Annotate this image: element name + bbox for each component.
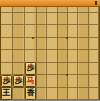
- board-cell-1-4[interactable]: [89, 38, 99, 51]
- board-cell-7-6[interactable]: 歩: [25, 63, 37, 76]
- board-cell-2-7[interactable]: [78, 75, 88, 88]
- board-cell-8-8[interactable]: [13, 88, 25, 101]
- board-cell-8-4[interactable]: [13, 38, 25, 51]
- board-cell-2-3[interactable]: [78, 25, 88, 38]
- board-cell-9-4[interactable]: [1, 38, 13, 51]
- board-cell-3-3[interactable]: [68, 25, 78, 38]
- board-cell-6-4[interactable]: [37, 38, 47, 51]
- piece-lance[interactable]: 香: [25, 87, 36, 100]
- shogi-board[interactable]: 歩歩歩马王香: [0, 0, 100, 100]
- board-cell-5-4[interactable]: [47, 38, 57, 51]
- board-cell-8-2[interactable]: [13, 13, 25, 26]
- piece-pawn[interactable]: 歩: [13, 75, 24, 88]
- board-cell-7-8[interactable]: 香: [25, 88, 37, 101]
- board-cell-6-8[interactable]: [37, 88, 47, 101]
- piece-king[interactable]: 王: [1, 87, 12, 100]
- board-cell-1-8[interactable]: [89, 88, 99, 101]
- board-cell-2-2[interactable]: [78, 13, 88, 26]
- board-cell-9-7[interactable]: 歩: [1, 75, 13, 88]
- board-cell-6-7[interactable]: [37, 75, 47, 88]
- board-cell-5-2[interactable]: [47, 13, 57, 26]
- board-cell-3-6[interactable]: [68, 63, 78, 76]
- board-cell-4-2[interactable]: [58, 13, 68, 26]
- board-cell-2-6[interactable]: [78, 63, 88, 76]
- board-cell-7-2[interactable]: [25, 13, 37, 26]
- header-mark-icon: [95, 1, 97, 5]
- board-cell-5-6[interactable]: [47, 63, 57, 76]
- board-cell-6-3[interactable]: [37, 25, 47, 38]
- board-cell-3-8[interactable]: [68, 88, 78, 101]
- board-cell-8-5[interactable]: [13, 50, 25, 63]
- board-cell-4-6[interactable]: [58, 63, 68, 76]
- shogi-app-screen: 歩歩歩马王香: [0, 0, 100, 100]
- piece-promoted-bishop[interactable]: 马: [25, 75, 36, 88]
- board-cell-2-5[interactable]: [78, 50, 88, 63]
- board-cell-4-4[interactable]: [58, 38, 68, 51]
- board-cell-5-8[interactable]: [47, 88, 57, 101]
- header-bar: [0, 0, 100, 7]
- board-cell-8-3[interactable]: [13, 25, 25, 38]
- board-cell-3-2[interactable]: [68, 13, 78, 26]
- piece-pawn[interactable]: 歩: [1, 75, 12, 88]
- board-cell-4-5[interactable]: [58, 50, 68, 63]
- board-cell-4-8[interactable]: [58, 88, 68, 101]
- board-cell-2-4[interactable]: [78, 38, 88, 51]
- board-cell-1-3[interactable]: [89, 25, 99, 38]
- board-cell-7-3[interactable]: [25, 25, 37, 38]
- board-cell-9-5[interactable]: [1, 50, 13, 63]
- board-cell-7-7[interactable]: 马: [25, 75, 37, 88]
- board-cell-4-3[interactable]: [58, 25, 68, 38]
- board-cell-9-8[interactable]: 王: [1, 88, 13, 101]
- board-cell-3-7[interactable]: [68, 75, 78, 88]
- board-cell-8-7[interactable]: 歩: [13, 75, 25, 88]
- board-cell-6-2[interactable]: [37, 13, 47, 26]
- board-cell-8-6[interactable]: [13, 63, 25, 76]
- board-cell-2-8[interactable]: [78, 88, 88, 101]
- board-cell-1-2[interactable]: [89, 13, 99, 26]
- board-cell-7-5[interactable]: [25, 50, 37, 63]
- board-cell-5-7[interactable]: [47, 75, 57, 88]
- board-cell-9-3[interactable]: [1, 25, 13, 38]
- board-cell-3-5[interactable]: [68, 50, 78, 63]
- board-cell-7-4[interactable]: [25, 38, 37, 51]
- board-cell-1-5[interactable]: [89, 50, 99, 63]
- board-cell-9-2[interactable]: [1, 13, 13, 26]
- board-cell-6-6[interactable]: [37, 63, 47, 76]
- board-cell-9-6[interactable]: [1, 63, 13, 76]
- piece-pawn[interactable]: 歩: [25, 62, 36, 75]
- board-cell-5-5[interactable]: [47, 50, 57, 63]
- board-cell-5-3[interactable]: [47, 25, 57, 38]
- board-cell-1-6[interactable]: [89, 63, 99, 76]
- board-cell-6-5[interactable]: [37, 50, 47, 63]
- board-cell-1-7[interactable]: [89, 75, 99, 88]
- board-cell-4-7[interactable]: [58, 75, 68, 88]
- board-cell-3-4[interactable]: [68, 38, 78, 51]
